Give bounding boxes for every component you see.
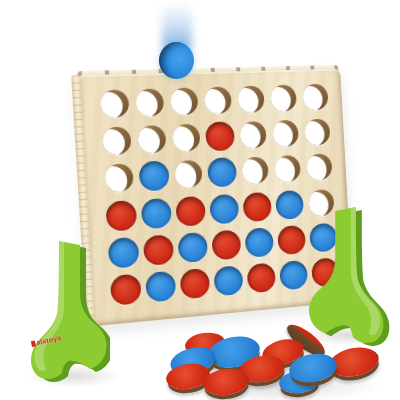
blue-disc [138, 161, 169, 192]
empty-hole [302, 83, 329, 110]
cell-r3-c5 [237, 152, 272, 190]
blue-disc [107, 237, 139, 269]
product-photo-connect-four: alatoys [0, 0, 400, 400]
blue-disc [275, 190, 304, 220]
cell-r4-c3 [172, 192, 208, 231]
empty-hole [239, 121, 267, 149]
cell-r2-c5 [235, 116, 270, 153]
red-disc [246, 263, 275, 294]
cell-r6-c5 [244, 259, 279, 298]
blue-disc [209, 193, 239, 224]
empty-hole [104, 164, 134, 193]
right-stand-shape [302, 206, 394, 348]
cell-r6-c4 [210, 262, 245, 301]
red-disc [242, 192, 272, 222]
empty-hole [174, 160, 203, 189]
cell-r1-c4 [200, 81, 236, 118]
empty-hole [269, 84, 296, 111]
empty-hole [274, 155, 301, 183]
cell-r1-c3 [165, 82, 201, 120]
red-disc [142, 234, 173, 266]
cell-r6-c2 [142, 267, 179, 307]
blue-disc [140, 198, 171, 229]
cell-r2-c4 [202, 118, 238, 156]
blue-disc [177, 232, 208, 263]
empty-hole [304, 118, 331, 145]
red-disc [211, 230, 241, 261]
empty-hole [272, 120, 299, 148]
empty-hole [241, 157, 269, 185]
cell-r2-c6 [268, 115, 302, 152]
red-disc [109, 274, 141, 306]
empty-hole [172, 124, 201, 152]
cell-r3-c1 [100, 159, 138, 198]
cell-r4-c2 [137, 194, 174, 233]
cell-r2-c7 [300, 114, 334, 151]
left-stand: alatoys [24, 240, 110, 384]
cell-r1-c6 [266, 80, 300, 117]
cell-r5-c3 [174, 228, 210, 267]
cell-r3-c7 [302, 149, 335, 186]
cell-r2-c2 [133, 120, 170, 159]
blue-disc [145, 271, 176, 303]
blue-disc [207, 157, 237, 187]
empty-hole [306, 154, 332, 182]
red-disc [175, 196, 206, 227]
cell-r4-c4 [206, 190, 241, 228]
cell-r2-c1 [97, 121, 135, 160]
falling-disc [155, 2, 199, 86]
falling-blue-disc [159, 42, 194, 79]
cell-r3-c6 [270, 150, 304, 187]
right-stand [302, 206, 394, 348]
empty-hole [101, 126, 131, 155]
empty-hole [137, 125, 166, 154]
cell-r6-c3 [176, 264, 212, 303]
cell-r1-c1 [95, 84, 133, 123]
cell-r1-c7 [298, 79, 332, 115]
blue-disc [213, 266, 243, 297]
cell-r5-c2 [140, 230, 177, 269]
empty-hole [203, 86, 231, 114]
cell-r5-c4 [208, 226, 243, 265]
red-disc [179, 268, 210, 300]
empty-hole [169, 87, 198, 115]
empty-hole [237, 85, 265, 113]
cell-r5-c5 [241, 223, 276, 261]
cell-r1-c5 [233, 80, 268, 117]
empty-hole [99, 89, 129, 118]
cell-r3-c3 [170, 155, 206, 193]
empty-hole [135, 88, 164, 116]
red-disc [204, 121, 234, 151]
cell-r3-c4 [204, 154, 239, 192]
cell-r1-c2 [131, 83, 168, 121]
pile-disc-red [184, 330, 227, 357]
cell-r6-c1 [107, 270, 145, 310]
blue-disc [244, 227, 273, 258]
cell-r3-c2 [135, 157, 172, 196]
red-disc [105, 200, 137, 232]
cell-r4-c5 [239, 188, 274, 226]
cell-r2-c3 [168, 119, 204, 157]
cell-r4-c1 [102, 196, 140, 236]
left-stand-shape [24, 240, 110, 384]
pile-disc-red [260, 335, 307, 368]
disc-pile-shadow [168, 366, 386, 400]
